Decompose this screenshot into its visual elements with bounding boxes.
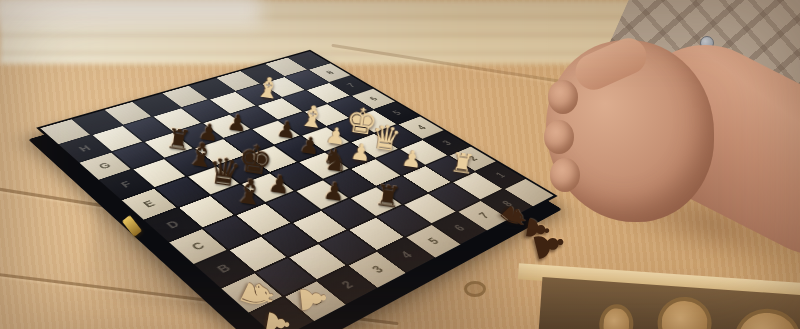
- piece-bB[interactable]: ♝: [232, 176, 266, 210]
- piece-wQ[interactable]: ♛: [369, 121, 403, 155]
- piece-bR[interactable]: ♜: [374, 183, 403, 212]
- piece-bP[interactable]: ♟: [299, 134, 322, 157]
- chess-photo-scene: H♝8G♜♟♟7F♝♟♝6E♛♚♟♟♚5D♝♟♞♟♛4C♟♟3B♜♜2A1123…: [0, 0, 800, 329]
- piece-wB[interactable]: ♝: [254, 74, 282, 102]
- piece-bP[interactable]: ♟: [225, 112, 247, 135]
- piece-bP[interactable]: ♟: [321, 179, 346, 204]
- log-end: [598, 303, 635, 329]
- log-end: [656, 295, 713, 329]
- captured-white-pawn: ♟: [295, 282, 332, 316]
- knuckle: [544, 120, 574, 154]
- chess-board-area: H♝8G♜♟♟7F♝♟♝6E♛♚♟♟♚5D♝♟♞♟♛4C♟♟3B♜♜2A1123…: [88, 0, 508, 329]
- knuckle: [550, 158, 580, 192]
- log-end: [733, 307, 800, 329]
- piece-wB[interactable]: ♝: [298, 103, 328, 133]
- piece-bP[interactable]: ♟: [275, 118, 297, 141]
- piece-wP[interactable]: ♟: [400, 148, 423, 171]
- piece-bN[interactable]: ♞: [320, 144, 351, 175]
- piece-wR[interactable]: ♜: [449, 151, 476, 178]
- piece-bP[interactable]: ♟: [267, 172, 292, 197]
- piece-wP[interactable]: ♟: [350, 141, 373, 164]
- knuckle: [548, 80, 578, 114]
